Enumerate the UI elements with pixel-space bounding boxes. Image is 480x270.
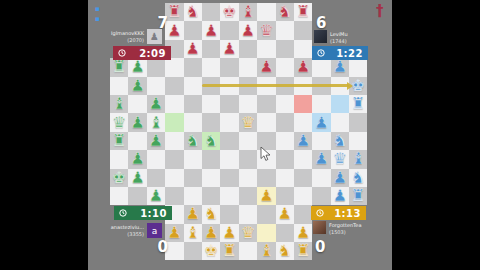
piece-yellow-P-e3[interactable]: ♟	[186, 205, 200, 223]
square-f12[interactable]	[202, 40, 220, 58]
piece-red-N-e14[interactable]: ♞	[186, 3, 200, 21]
square-k1[interactable]: ♜	[294, 242, 312, 260]
square-e6[interactable]	[184, 150, 202, 168]
piece-yellow-P-k2[interactable]: ♟	[296, 224, 310, 242]
square-a4[interactable]	[110, 187, 128, 205]
square-g11[interactable]	[220, 58, 238, 76]
square-g2[interactable]: ♟	[220, 224, 238, 242]
square-l8[interactable]: ♟	[312, 113, 330, 131]
square-e11[interactable]	[184, 58, 202, 76]
square-i3[interactable]	[257, 205, 275, 223]
square-j2[interactable]	[276, 224, 294, 242]
piece-red-P-g12[interactable]: ♟	[222, 40, 236, 58]
piece-yellow-R-g1[interactable]: ♜	[222, 242, 236, 260]
square-j6[interactable]	[276, 150, 294, 168]
piece-blue-K-n10[interactable]: ♚	[351, 77, 365, 95]
square-f1[interactable]: ♚	[202, 242, 220, 260]
square-c9[interactable]: ♟	[147, 95, 165, 113]
square-i9[interactable]	[257, 95, 275, 113]
blue-player-rating: (1744)	[330, 38, 380, 45]
square-d4[interactable]	[165, 187, 183, 205]
piece-green-P-b11[interactable]: ♟	[130, 58, 144, 76]
square-i4[interactable]: ♟	[257, 187, 275, 205]
yellow-clock: 1:13	[311, 206, 366, 220]
square-k5[interactable]	[294, 169, 312, 187]
square-l4[interactable]	[312, 187, 330, 205]
square-j14[interactable]: ♞	[276, 3, 294, 21]
square-e2[interactable]: ♝	[184, 224, 202, 242]
square-k7[interactable]: ♟	[294, 132, 312, 150]
piece-yellow-P-i4[interactable]: ♟	[259, 187, 273, 205]
piece-red-P-h13[interactable]: ♟	[241, 22, 255, 40]
clock-icon	[316, 209, 324, 217]
square-i11[interactable]: ♟	[257, 58, 275, 76]
piece-green-P-c4[interactable]: ♟	[149, 187, 163, 205]
piece-yellow-N-j1[interactable]: ♞	[278, 242, 292, 260]
piece-red-P-k11[interactable]: ♟	[296, 58, 310, 76]
piece-red-P-e12[interactable]: ♟	[186, 40, 200, 58]
yellow-time: 1:13	[334, 208, 361, 219]
yellow-player-info[interactable]: ForgottenTea (1503)	[329, 222, 381, 235]
yellow-score: 0	[315, 238, 333, 256]
yellow-avatar[interactable]	[313, 221, 326, 234]
clock-icon	[119, 209, 127, 217]
square-k11[interactable]: ♟	[294, 58, 312, 76]
square-g12[interactable]: ♟	[220, 40, 238, 58]
square-k14[interactable]: ♜	[294, 3, 312, 21]
square-f8[interactable]	[202, 113, 220, 131]
square-h11[interactable]	[239, 58, 257, 76]
square-g6[interactable]	[220, 150, 238, 168]
square-a5[interactable]: ♚	[110, 169, 128, 187]
piece-green-N-e7[interactable]: ♞	[186, 132, 200, 150]
yellow-player-rating: (1503)	[329, 229, 381, 236]
blue-player-info[interactable]: LeviMu (1744)	[330, 31, 380, 44]
square-i12[interactable]	[257, 40, 275, 58]
square-e1[interactable]	[184, 242, 202, 260]
square-a10[interactable]	[110, 77, 128, 95]
square-f2[interactable]: ♟	[202, 224, 220, 242]
square-h14[interactable]: ♝	[239, 3, 257, 21]
square-i13[interactable]: ♛	[257, 21, 275, 39]
piece-yellow-B-i1[interactable]: ♝	[259, 242, 273, 260]
square-e4[interactable]	[184, 187, 202, 205]
square-m4[interactable]: ♟	[331, 187, 349, 205]
piece-red-R-k14[interactable]: ♜	[296, 3, 310, 21]
square-f5[interactable]	[202, 169, 220, 187]
square-n11[interactable]	[349, 58, 367, 76]
piece-green-R-a11[interactable]: ♜	[112, 58, 126, 76]
piece-blue-P-l8[interactable]: ♟	[314, 114, 328, 132]
square-d5[interactable]	[165, 169, 183, 187]
piece-blue-P-m5[interactable]: ♟	[333, 169, 347, 187]
piece-blue-B-n6[interactable]: ♝	[351, 150, 365, 168]
square-m6[interactable]: ♛	[331, 150, 349, 168]
piece-yellow-B-e2[interactable]: ♝	[186, 224, 200, 242]
square-c4[interactable]: ♟	[147, 187, 165, 205]
square-f11[interactable]	[202, 58, 220, 76]
piece-green-P-b5[interactable]: ♟	[130, 169, 144, 187]
square-f14[interactable]	[202, 3, 220, 21]
move-arrow	[202, 84, 349, 87]
blue-clock: 1:22	[312, 46, 368, 60]
square-e14[interactable]: ♞	[184, 3, 202, 21]
square-d7[interactable]	[165, 132, 183, 150]
clock-icon	[317, 49, 325, 57]
square-h4[interactable]	[239, 187, 257, 205]
piece-yellow-P-f2[interactable]: ♟	[204, 224, 218, 242]
piece-yellow-N-f3[interactable]: ♞	[204, 205, 218, 223]
square-g14[interactable]: ♚	[220, 3, 238, 21]
square-c11[interactable]	[147, 58, 165, 76]
square-n5[interactable]: ♞	[349, 169, 367, 187]
green-clock: 1:10	[114, 206, 172, 220]
square-m9[interactable]	[331, 95, 349, 113]
red-avatar[interactable]: ♟	[147, 29, 162, 44]
square-h8[interactable]: ♛	[239, 113, 257, 131]
square-k12[interactable]	[294, 40, 312, 58]
square-b5[interactable]: ♟	[128, 169, 146, 187]
square-j9[interactable]	[276, 95, 294, 113]
square-g9[interactable]	[220, 95, 238, 113]
square-g3[interactable]	[220, 205, 238, 223]
red-player-rating: (2070)	[96, 37, 144, 44]
piece-blue-P-m11[interactable]: ♟	[333, 58, 347, 76]
square-e8[interactable]	[184, 113, 202, 131]
square-k13[interactable]	[294, 21, 312, 39]
piece-green-B-a9[interactable]: ♝	[112, 95, 126, 113]
square-m5[interactable]: ♟	[331, 169, 349, 187]
square-i5[interactable]	[257, 169, 275, 187]
piece-red-K-g14[interactable]: ♚	[222, 3, 236, 21]
square-n7[interactable]	[349, 132, 367, 150]
square-a6[interactable]	[110, 150, 128, 168]
stream-overlay-red-icon: †	[376, 2, 384, 20]
square-k9[interactable]	[294, 95, 312, 113]
clock-icon	[118, 49, 126, 57]
piece-yellow-P-d2[interactable]: ♟	[167, 224, 181, 242]
piece-yellow-P-j3[interactable]: ♟	[278, 205, 292, 223]
piece-red-P-i11[interactable]: ♟	[259, 58, 273, 76]
square-e9[interactable]	[184, 95, 202, 113]
square-e12[interactable]: ♟	[184, 40, 202, 58]
mouse-cursor	[260, 147, 272, 162]
piece-green-P-b10[interactable]: ♟	[130, 77, 144, 95]
square-m11[interactable]: ♟	[331, 58, 349, 76]
square-j4[interactable]	[276, 187, 294, 205]
piece-blue-N-n5[interactable]: ♞	[351, 169, 365, 187]
square-h13[interactable]: ♟	[239, 21, 257, 39]
square-g13[interactable]	[220, 21, 238, 39]
square-g1[interactable]: ♜	[220, 242, 238, 260]
piece-blue-R-n4[interactable]: ♜	[351, 187, 365, 205]
green-player-info[interactable]: anasteziviu... (3355)	[96, 224, 144, 237]
square-e13[interactable]	[184, 21, 202, 39]
piece-yellow-Q-h8[interactable]: ♛	[241, 114, 255, 132]
piece-red-R-d14[interactable]: ♜	[167, 3, 181, 21]
piece-green-N-f7[interactable]: ♞	[204, 132, 218, 150]
square-n6[interactable]: ♝	[349, 150, 367, 168]
piece-green-B-c8[interactable]: ♝	[149, 114, 163, 132]
piece-yellow-P-g2[interactable]: ♟	[222, 224, 236, 242]
piece-blue-P-m4[interactable]: ♟	[333, 187, 347, 205]
square-b8[interactable]: ♟	[128, 113, 146, 131]
piece-yellow-Q-h2[interactable]: ♛	[241, 224, 255, 242]
green-player-rating: (3355)	[96, 231, 144, 238]
piece-blue-P-k7[interactable]: ♟	[296, 132, 310, 150]
square-b11[interactable]: ♟	[128, 58, 146, 76]
square-l9[interactable]	[312, 95, 330, 113]
square-f13[interactable]: ♟	[202, 21, 220, 39]
square-d10[interactable]	[165, 77, 183, 95]
square-e10[interactable]	[184, 77, 202, 95]
green-avatar[interactable]: a	[147, 223, 162, 238]
piece-blue-P-l6[interactable]: ♟	[314, 150, 328, 168]
red-player-info[interactable]: IglmanovKKK (2070)	[96, 30, 144, 43]
square-i14[interactable]	[257, 3, 275, 21]
square-h9[interactable]	[239, 95, 257, 113]
square-c8[interactable]: ♝	[147, 113, 165, 131]
square-a11[interactable]: ♜	[110, 58, 128, 76]
square-d9[interactable]	[165, 95, 183, 113]
square-f6[interactable]	[202, 150, 220, 168]
square-n8[interactable]	[349, 113, 367, 131]
square-k4[interactable]	[294, 187, 312, 205]
square-d6[interactable]	[165, 150, 183, 168]
piece-green-P-c9[interactable]: ♟	[149, 95, 163, 113]
square-g7[interactable]	[220, 132, 238, 150]
square-f4[interactable]	[202, 187, 220, 205]
stream-overlay-icons: ▪ ▪	[95, 4, 100, 24]
piece-green-P-c7[interactable]: ♟	[149, 132, 163, 150]
piece-red-N-j14[interactable]: ♞	[278, 3, 292, 21]
square-l5[interactable]	[312, 169, 330, 187]
game-area: ▪ ▪ † ♜♞♚♝♞♜♟♟♟♛♟♟♜♟♟♟♟♟♚♝♟♜♛♟♝♛♟♜♟♞♞♟♞♟…	[88, 0, 392, 270]
default-avatar-pawn-icon: ♟	[150, 31, 159, 42]
square-m8[interactable]	[331, 113, 349, 131]
square-d8[interactable]	[165, 113, 183, 131]
blue-avatar[interactable]	[314, 30, 327, 43]
square-m7[interactable]: ♞	[331, 132, 349, 150]
piece-yellow-K-f1[interactable]: ♚	[204, 242, 218, 260]
piece-green-P-b6[interactable]: ♟	[130, 150, 144, 168]
square-i2[interactable]	[257, 224, 275, 242]
square-e5[interactable]	[184, 169, 202, 187]
piece-blue-N-m7[interactable]: ♞	[333, 132, 347, 150]
square-j12[interactable]	[276, 40, 294, 58]
square-e7[interactable]: ♞	[184, 132, 202, 150]
square-f7[interactable]: ♞	[202, 132, 220, 150]
square-k2[interactable]: ♟	[294, 224, 312, 242]
piece-red-P-d13[interactable]: ♟	[167, 22, 181, 40]
square-j11[interactable]	[276, 58, 294, 76]
square-i1[interactable]: ♝	[257, 242, 275, 260]
square-h1[interactable]	[239, 242, 257, 260]
square-l11[interactable]	[312, 58, 330, 76]
square-f9[interactable]	[202, 95, 220, 113]
square-c10[interactable]	[147, 77, 165, 95]
square-d11[interactable]	[165, 58, 183, 76]
piece-green-R-a7[interactable]: ♜	[112, 132, 126, 150]
square-j7[interactable]	[276, 132, 294, 150]
piece-red-Q-i13[interactable]: ♛	[259, 22, 273, 40]
square-k6[interactable]	[294, 150, 312, 168]
square-h2[interactable]: ♛	[239, 224, 257, 242]
square-l6[interactable]: ♟	[312, 150, 330, 168]
square-b6[interactable]: ♟	[128, 150, 146, 168]
square-n4[interactable]: ♜	[349, 187, 367, 205]
square-j8[interactable]	[276, 113, 294, 131]
piece-yellow-R-k1[interactable]: ♜	[296, 242, 310, 260]
square-b10[interactable]: ♟	[128, 77, 146, 95]
green-avatar-letter: a	[152, 226, 158, 236]
square-b9[interactable]	[128, 95, 146, 113]
square-h7[interactable]	[239, 132, 257, 150]
blue-time: 1:22	[336, 48, 363, 59]
green-score: 0	[150, 238, 168, 256]
square-c5[interactable]	[147, 169, 165, 187]
piece-green-Q-a8[interactable]: ♛	[112, 114, 126, 132]
red-clock: 2:09	[113, 46, 171, 60]
square-k3[interactable]	[294, 205, 312, 223]
green-time: 1:10	[140, 208, 167, 219]
square-j3[interactable]: ♟	[276, 205, 294, 223]
square-c7[interactable]: ♟	[147, 132, 165, 150]
square-c6[interactable]	[147, 150, 165, 168]
square-h3[interactable]	[239, 205, 257, 223]
square-k8[interactable]	[294, 113, 312, 131]
square-j5[interactable]	[276, 169, 294, 187]
square-g4[interactable]	[220, 187, 238, 205]
piece-red-P-f13[interactable]: ♟	[204, 22, 218, 40]
square-n9[interactable]: ♜	[349, 95, 367, 113]
square-b4[interactable]	[128, 187, 146, 205]
square-i8[interactable]	[257, 113, 275, 131]
square-h12[interactable]	[239, 40, 257, 58]
piece-blue-Q-m6[interactable]: ♛	[333, 150, 347, 168]
square-f3[interactable]: ♞	[202, 205, 220, 223]
piece-red-B-h14[interactable]: ♝	[241, 3, 255, 21]
piece-green-P-b8[interactable]: ♟	[130, 114, 144, 132]
square-l7[interactable]	[312, 132, 330, 150]
square-h5[interactable]	[239, 169, 257, 187]
square-g8[interactable]	[220, 113, 238, 131]
square-a7[interactable]: ♜	[110, 132, 128, 150]
square-g5[interactable]	[220, 169, 238, 187]
square-e3[interactable]: ♟	[184, 205, 202, 223]
square-b7[interactable]	[128, 132, 146, 150]
square-h6[interactable]	[239, 150, 257, 168]
red-time: 2:09	[139, 48, 166, 59]
piece-green-K-a5[interactable]: ♚	[112, 169, 126, 187]
square-a8[interactable]: ♛	[110, 113, 128, 131]
square-j13[interactable]	[276, 21, 294, 39]
square-j1[interactable]: ♞	[276, 242, 294, 260]
square-a9[interactable]: ♝	[110, 95, 128, 113]
piece-blue-R-n9[interactable]: ♜	[351, 95, 365, 113]
